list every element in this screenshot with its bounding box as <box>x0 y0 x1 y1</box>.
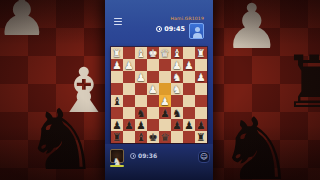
square-c8[interactable] <box>171 131 183 143</box>
black-pawn: ♟ <box>172 119 181 131</box>
square-f8[interactable]: ♝ <box>135 131 147 143</box>
square-f1[interactable]: ♝ <box>135 47 147 59</box>
black-rook: ♜ <box>196 131 205 143</box>
square-d2[interactable] <box>159 59 171 71</box>
square-d6[interactable]: ♟ <box>159 107 171 119</box>
square-b7[interactable]: ♟ <box>183 119 195 131</box>
video-frame: ♟♝♞♟♜♞ Hami.GR1019 09:45 ♜♝♚♛♝♜♟♟♟♟♟♞♟♟♞… <box>0 0 320 180</box>
square-d8[interactable]: ♛ <box>159 131 171 143</box>
square-f3[interactable]: ♟ <box>135 71 147 83</box>
background-pawn-silhouette: ♟ <box>224 0 280 58</box>
opponent-clock: 09:45 <box>156 25 185 33</box>
square-e6[interactable] <box>147 107 159 119</box>
player-time: 09:36 <box>138 152 157 159</box>
player-avatar[interactable]: ♞ <box>110 149 124 163</box>
square-c1[interactable]: ♝ <box>171 47 183 59</box>
square-e5[interactable] <box>147 95 159 107</box>
square-g6[interactable] <box>123 107 135 119</box>
square-h2[interactable]: ♟ <box>111 59 123 71</box>
player-level-bar <box>110 165 124 167</box>
square-c7[interactable]: ♟ <box>171 119 183 131</box>
opponent-time: 09:45 <box>164 25 185 33</box>
white-bishop: ♝ <box>172 47 181 59</box>
white-knight: ♞ <box>172 71 181 83</box>
square-e8[interactable]: ♚ <box>147 131 159 143</box>
square-c5[interactable] <box>171 95 183 107</box>
square-a2[interactable] <box>195 59 207 71</box>
square-f5[interactable] <box>135 95 147 107</box>
square-f7[interactable]: ♟ <box>135 119 147 131</box>
white-pawn: ♟ <box>172 59 181 71</box>
square-d5[interactable]: ♟ <box>159 95 171 107</box>
square-a4[interactable] <box>195 83 207 95</box>
square-d1[interactable]: ♛ <box>159 47 171 59</box>
square-c4[interactable]: ♞ <box>171 83 183 95</box>
square-h5[interactable]: ♝ <box>111 95 123 107</box>
square-g2[interactable]: ♟ <box>123 59 135 71</box>
black-pawn: ♟ <box>136 119 145 131</box>
white-pawn: ♟ <box>148 83 157 95</box>
player-clock: 09:36 <box>130 152 157 159</box>
square-h6[interactable] <box>111 107 123 119</box>
background-bishop-silhouette: ♝ <box>56 60 112 122</box>
white-king: ♚ <box>148 47 157 59</box>
white-pawn: ♟ <box>124 59 133 71</box>
background-rook-silhouette: ♜ <box>282 46 320 118</box>
square-b8[interactable] <box>183 131 195 143</box>
white-bishop: ♝ <box>136 47 145 59</box>
square-c6[interactable]: ♞ <box>171 107 183 119</box>
square-g3[interactable] <box>123 71 135 83</box>
square-g8[interactable] <box>123 131 135 143</box>
square-e4[interactable]: ♟ <box>147 83 159 95</box>
square-c2[interactable]: ♟ <box>171 59 183 71</box>
square-b2[interactable]: ♟ <box>183 59 195 71</box>
clock-icon <box>156 26 162 32</box>
white-pawn: ♟ <box>196 71 205 83</box>
hamburger-menu-icon[interactable] <box>114 18 124 27</box>
black-king: ♚ <box>148 131 157 143</box>
square-f6[interactable]: ♞ <box>135 107 147 119</box>
square-h3[interactable] <box>111 71 123 83</box>
square-a3[interactable]: ♟ <box>195 71 207 83</box>
black-knight: ♞ <box>136 107 145 119</box>
square-h1[interactable]: ♜ <box>111 47 123 59</box>
square-b5[interactable] <box>183 95 195 107</box>
square-e1[interactable]: ♚ <box>147 47 159 59</box>
square-c3[interactable]: ♞ <box>171 71 183 83</box>
black-pawn: ♟ <box>124 119 133 131</box>
square-h8[interactable]: ♜ <box>111 131 123 143</box>
square-g1[interactable] <box>123 47 135 59</box>
player-bar: ♞ 09:36 ☺ <box>105 144 213 180</box>
clock-icon <box>130 153 136 159</box>
black-pawn: ♟ <box>184 119 193 131</box>
background-pawn-silhouette: ♟ <box>0 0 48 44</box>
square-d7[interactable] <box>159 119 171 131</box>
black-pawn: ♟ <box>196 119 205 131</box>
square-g4[interactable] <box>123 83 135 95</box>
white-pawn: ♟ <box>112 59 121 71</box>
square-f4[interactable] <box>135 83 147 95</box>
square-a5[interactable] <box>195 95 207 107</box>
square-d4[interactable] <box>159 83 171 95</box>
black-bishop: ♝ <box>136 131 145 143</box>
square-b6[interactable] <box>183 107 195 119</box>
square-e3[interactable] <box>147 71 159 83</box>
black-rook: ♜ <box>112 131 121 143</box>
white-pawn: ♟ <box>136 71 145 83</box>
square-e2[interactable] <box>147 59 159 71</box>
black-knight: ♞ <box>172 107 181 119</box>
black-queen: ♛ <box>160 131 169 143</box>
white-rook: ♜ <box>196 47 205 59</box>
opponent-avatar[interactable] <box>189 23 204 39</box>
person-icon <box>195 27 200 32</box>
square-a6[interactable] <box>195 107 207 119</box>
square-e7[interactable] <box>147 119 159 131</box>
square-b3[interactable] <box>183 71 195 83</box>
square-a1[interactable]: ♜ <box>195 47 207 59</box>
square-f2[interactable] <box>135 59 147 71</box>
square-g5[interactable] <box>123 95 135 107</box>
white-pawn: ♟ <box>184 59 193 71</box>
opponent-name: Hami.GR1019 <box>171 16 204 21</box>
white-knight: ♞ <box>172 83 181 95</box>
black-pawn: ♟ <box>112 119 121 131</box>
background-knight-silhouette: ♞ <box>218 106 295 180</box>
chess-board[interactable]: ♜♝♚♛♝♜♟♟♟♟♟♞♟♟♞♝♟♞♟♞♟♟♟♟♟♟♜♝♚♛♜ <box>111 47 207 143</box>
square-g7[interactable]: ♟ <box>123 119 135 131</box>
square-h7[interactable]: ♟ <box>111 119 123 131</box>
square-d3[interactable] <box>159 71 171 83</box>
background-knight-silhouette: ♞ <box>24 98 99 180</box>
white-queen: ♛ <box>160 47 169 59</box>
chess-app-screen: Hami.GR1019 09:45 ♜♝♚♛♝♜♟♟♟♟♟♞♟♟♞♝♟♞♟♞♟♟… <box>105 0 213 180</box>
square-b4[interactable] <box>183 83 195 95</box>
square-b1[interactable] <box>183 47 195 59</box>
white-pawn: ♟ <box>160 95 169 107</box>
black-pawn: ♟ <box>160 107 169 119</box>
black-bishop: ♝ <box>112 95 121 107</box>
emote-button[interactable]: ☺ <box>198 151 210 163</box>
white-rook: ♜ <box>112 47 121 59</box>
square-a8[interactable]: ♜ <box>195 131 207 143</box>
square-h4[interactable] <box>111 83 123 95</box>
square-a7[interactable]: ♟ <box>195 119 207 131</box>
